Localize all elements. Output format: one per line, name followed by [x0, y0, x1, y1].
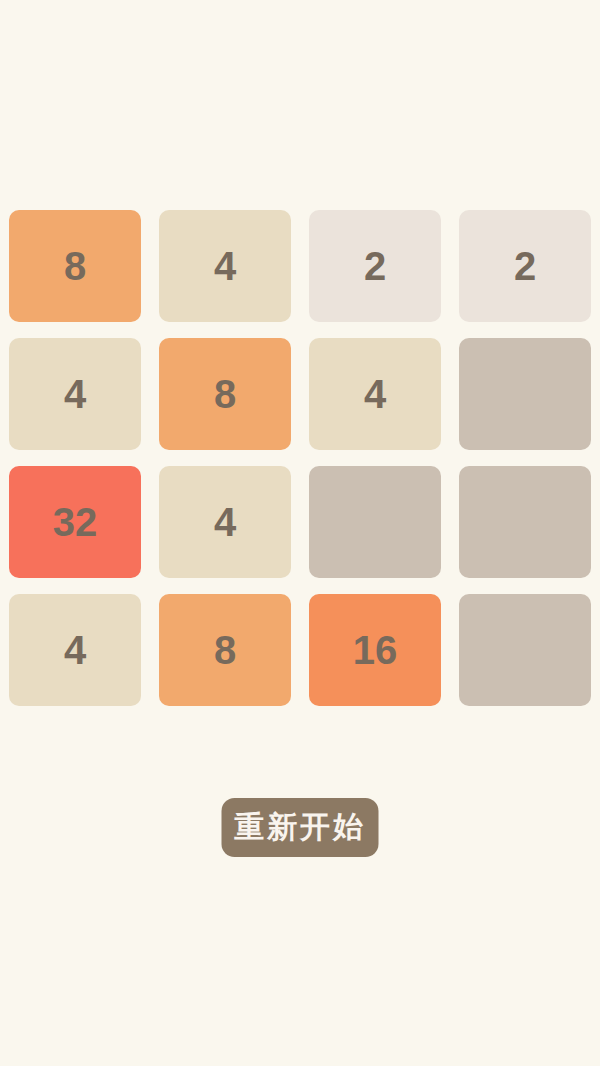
tile-8-r2c2: 8 [159, 338, 291, 450]
game-board[interactable]: 84224843244816 [9, 210, 591, 706]
empty-cell-r3c3 [309, 466, 441, 578]
tile-4-r3c2: 4 [159, 466, 291, 578]
empty-cell-r3c4 [459, 466, 591, 578]
empty-cell-r2c4 [459, 338, 591, 450]
tile-8-r1c1: 8 [9, 210, 141, 322]
tile-4-r2c1: 4 [9, 338, 141, 450]
tile-4-r4c1: 4 [9, 594, 141, 706]
tile-8-r4c2: 8 [159, 594, 291, 706]
tile-4-r2c3: 4 [309, 338, 441, 450]
tile-16-r4c3: 16 [309, 594, 441, 706]
tile-4-r1c2: 4 [159, 210, 291, 322]
restart-button[interactable]: 重新开始 [222, 798, 379, 857]
tile-32-r3c1: 32 [9, 466, 141, 578]
empty-cell-r4c4 [459, 594, 591, 706]
tile-2-r1c4: 2 [459, 210, 591, 322]
tile-2-r1c3: 2 [309, 210, 441, 322]
